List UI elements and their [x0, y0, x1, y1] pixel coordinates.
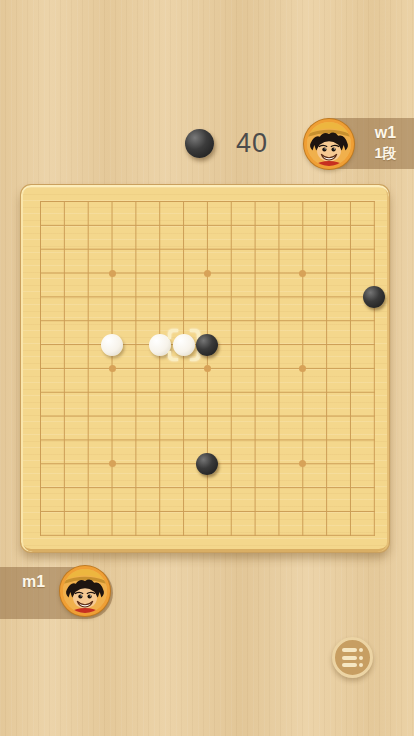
move-timer: 40 [236, 128, 268, 159]
board-grid[interactable] [40, 201, 375, 536]
list-menu-icon [342, 648, 364, 667]
star-point [109, 365, 116, 372]
star-point [299, 460, 306, 467]
player-avatar[interactable] [60, 566, 110, 616]
stone-black-o11 [363, 286, 385, 308]
player-name: m1 [22, 573, 45, 591]
menu-button[interactable] [332, 637, 373, 678]
star-point [109, 270, 116, 277]
straw-hat-character-icon [63, 569, 107, 613]
game-board[interactable] [21, 185, 389, 552]
star-point [109, 460, 116, 467]
stone-black-h9 [196, 334, 218, 356]
black-stone-turn-icon [185, 129, 214, 158]
turn-indicator: 40 [185, 128, 268, 159]
star-point [299, 270, 306, 277]
stone-white-g9 [173, 334, 195, 356]
star-point [299, 365, 306, 372]
stone-white-d9 [101, 334, 123, 356]
game-screen: 40 w1 1段 m1 [0, 0, 414, 736]
stone-black-h4 [196, 453, 218, 475]
opponent-rank: 1段 [375, 145, 397, 163]
opponent-name: w1 [375, 124, 396, 142]
star-point [204, 270, 211, 277]
opponent-avatar[interactable] [304, 119, 354, 169]
straw-hat-character-icon [307, 122, 351, 166]
star-point [204, 365, 211, 372]
